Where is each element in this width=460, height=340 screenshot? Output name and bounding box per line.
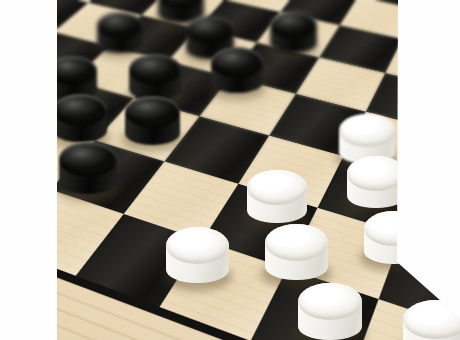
piece-top — [59, 142, 117, 176]
square-h3[interactable] — [403, 178, 460, 261]
white-checker-piece-c3[interactable] — [166, 227, 229, 285]
black-checker-piece-d6[interactable] — [129, 54, 181, 102]
black-checker-piece-g7[interactable] — [270, 11, 317, 54]
piece-top — [339, 114, 395, 147]
black-checker-piece-b4[interactable] — [59, 142, 117, 195]
white-checker-piece-h4[interactable] — [347, 156, 405, 209]
piece-top — [129, 54, 181, 85]
piece-top — [364, 211, 424, 246]
square-g7[interactable] — [402, 9, 460, 54]
square-g8[interactable] — [417, 0, 460, 22]
piece-top — [403, 300, 460, 339]
square-c1[interactable] — [0, 167, 51, 247]
black-checker-piece-c5[interactable] — [125, 96, 180, 147]
piece-top — [166, 227, 229, 264]
square-h6[interactable] — [455, 54, 460, 108]
piece-top — [125, 96, 180, 128]
white-checker-piece-e3[interactable] — [265, 224, 328, 282]
square-a4[interactable] — [0, 18, 54, 64]
white-checker-piece-f4[interactable] — [247, 170, 307, 225]
piece-top — [265, 224, 328, 261]
checkers-photo-scene — [0, 0, 460, 340]
white-checker-piece-f2[interactable] — [298, 283, 362, 340]
square-h4[interactable] — [423, 131, 460, 202]
piece-top — [186, 16, 234, 44]
square-b2[interactable] — [0, 102, 31, 166]
piece-top — [247, 170, 307, 205]
piece-top — [211, 47, 263, 78]
square-a3[interactable] — [0, 50, 14, 103]
piece-top — [347, 156, 405, 190]
piece-top — [270, 11, 317, 39]
white-checker-piece-g3[interactable] — [364, 211, 424, 266]
black-checker-piece-a5[interactable] — [53, 94, 107, 144]
piece-top — [53, 94, 107, 126]
black-checker-piece-f6[interactable] — [211, 47, 263, 95]
black-checker-piece-a7[interactable] — [97, 12, 143, 54]
white-checker-piece-h2[interactable] — [403, 300, 460, 340]
wooden-board — [0, 0, 460, 340]
piece-top — [97, 12, 143, 39]
square-h5[interactable] — [440, 90, 460, 151]
piece-top — [298, 283, 362, 321]
